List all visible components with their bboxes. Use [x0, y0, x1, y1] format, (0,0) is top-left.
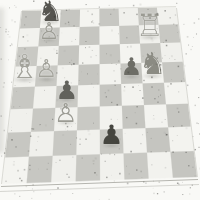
piece-white-rook-g7[interactable]: ♖ [134, 10, 165, 41]
piece-white-bishop-a5[interactable]: ♗ [8, 50, 41, 83]
pieces-layer: ♞♖♙♞♟♙♗♟♙♟ [0, 0, 200, 200]
piece-black-pawn-f5[interactable]: ♟ [119, 55, 143, 79]
piece-white-pawn-c3[interactable]: ♙ [53, 100, 79, 126]
chessboard-photo: ♞♖♙♞♟♙♗♟♙♟ [0, 0, 200, 200]
piece-white-pawn-b7[interactable]: ♙ [37, 19, 60, 42]
piece-black-pawn-e2[interactable]: ♟ [98, 122, 125, 149]
